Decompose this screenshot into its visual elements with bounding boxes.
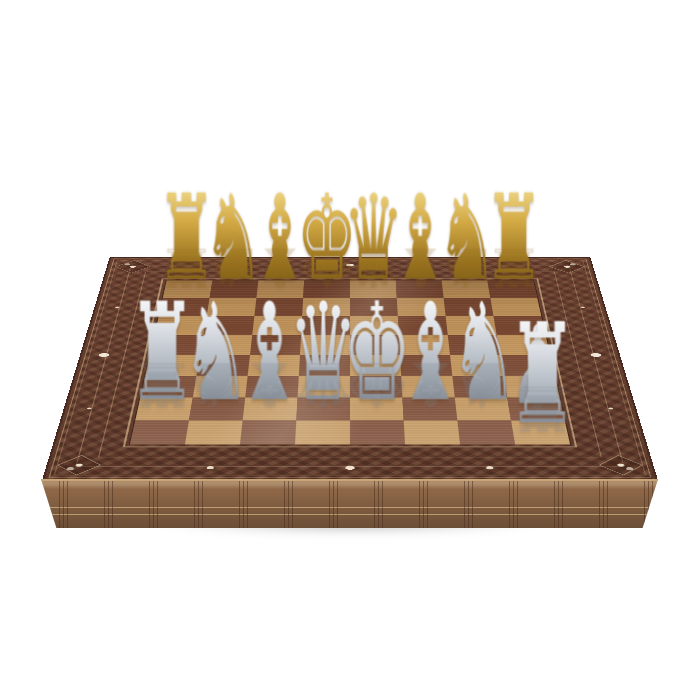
chess-board: ♜♞♝♚♛♝♞♜♜♞♝♛♚♝♞♟♜ [42,257,658,480]
corner-inlay-motif [57,455,101,475]
square-b1[interactable] [185,420,243,444]
board-front-edge-inlay [41,479,658,528]
corner-inlay-motif [115,260,151,273]
chessboard-stage: ♜♞♝♚♛♝♞♜♜♞♝♛♚♝♞♟♜ [80,85,620,625]
square-g2[interactable]: ♞ [455,398,511,421]
square-d1[interactable] [295,420,350,444]
silver-rook-piece[interactable]: ♜ [506,305,578,444]
square-h1[interactable]: ♜ [511,420,570,444]
square-f1[interactable] [404,420,460,444]
product-photo-background: ♜♞♝♚♛♝♞♜♜♞♝♛♚♝♞♟♜ [0,0,700,700]
corner-inlay-motif [599,455,643,475]
square-a1[interactable] [130,420,189,444]
board-squares-grid: ♜♞♝♚♛♝♞♜♜♞♝♛♚♝♞♟♜ [130,280,570,444]
square-e1[interactable] [350,420,405,444]
corner-inlay-motif [549,260,585,273]
square-c1[interactable] [240,420,296,444]
